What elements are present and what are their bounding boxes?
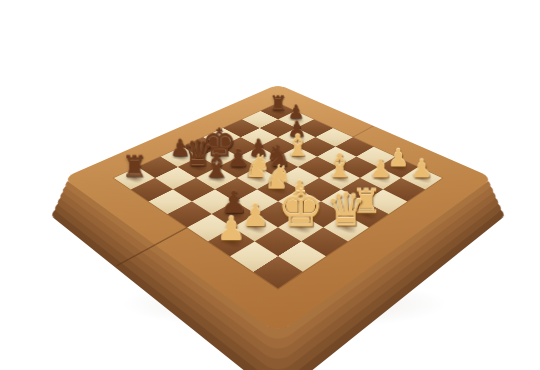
square-b1 bbox=[131, 178, 173, 201]
piece-light-pawn: ♟ bbox=[369, 156, 391, 181]
piece-dark-rook: ♜ bbox=[121, 153, 147, 182]
piece-light-pawn: ♟ bbox=[410, 156, 432, 181]
piece-dark-bishop: ♝ bbox=[201, 149, 231, 182]
chess-board: ♜♟♟♟♟♟♝♝♟♞♜♚♟♞♞♟♛♟♛♝♚♟♟♜♟ bbox=[114, 103, 442, 288]
piece-dark-rook: ♜ bbox=[269, 94, 287, 114]
square-g3: ♚ bbox=[278, 214, 323, 241]
piece-light-pawn: ♟ bbox=[216, 213, 246, 246]
product-photo-stage: ♜♟♟♟♟♟♝♝♟♞♜♚♟♞♞♟♛♟♛♝♚♟♟♜♟ bbox=[0, 0, 540, 370]
piece-light-queen: ♛ bbox=[325, 188, 366, 233]
piece-light-king: ♚ bbox=[277, 182, 324, 234]
square-h8: ♟ bbox=[401, 167, 442, 189]
piece-light-bishop: ♝ bbox=[324, 149, 354, 182]
